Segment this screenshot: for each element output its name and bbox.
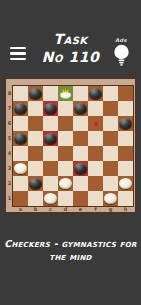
square-c3[interactable] bbox=[43, 161, 58, 176]
square-f6[interactable] bbox=[88, 116, 103, 131]
rank-label-3: 3 bbox=[6, 161, 13, 176]
rank-label-2: 2 bbox=[6, 176, 13, 191]
black-piece-c5[interactable] bbox=[44, 133, 57, 144]
square-c5[interactable] bbox=[43, 131, 58, 146]
file-label-b: b bbox=[28, 206, 43, 212]
square-d4[interactable] bbox=[58, 146, 73, 161]
white-piece-c1[interactable] bbox=[44, 193, 57, 204]
black-piece-b2[interactable] bbox=[29, 178, 42, 189]
square-g1[interactable] bbox=[103, 191, 118, 206]
square-h1[interactable] bbox=[118, 191, 133, 206]
rank-label-7: 7 bbox=[6, 101, 13, 116]
square-d8[interactable] bbox=[58, 86, 73, 101]
square-h4[interactable] bbox=[118, 146, 133, 161]
file-label-f: f bbox=[88, 206, 103, 212]
square-f7[interactable] bbox=[88, 101, 103, 116]
black-piece-a7[interactable] bbox=[14, 103, 27, 114]
app-screen: Task No 110 Ads 87654321 abcdefgh Checke… bbox=[0, 0, 141, 305]
rank-label-1: 1 bbox=[6, 191, 13, 206]
square-e1[interactable] bbox=[73, 191, 88, 206]
square-b3[interactable] bbox=[28, 161, 43, 176]
caption: Checkers - gymnastics for the mind bbox=[0, 237, 141, 263]
square-e8[interactable] bbox=[73, 86, 88, 101]
square-d5[interactable] bbox=[58, 131, 73, 146]
square-f2[interactable] bbox=[88, 176, 103, 191]
square-b4[interactable] bbox=[28, 146, 43, 161]
square-a1[interactable] bbox=[13, 191, 28, 206]
square-e7[interactable] bbox=[73, 101, 88, 116]
file-label-a: a bbox=[13, 206, 28, 212]
square-e4[interactable] bbox=[73, 146, 88, 161]
black-piece-a5[interactable] bbox=[14, 133, 27, 144]
rank-label-5: 5 bbox=[6, 131, 13, 146]
square-b7[interactable] bbox=[28, 101, 43, 116]
goal-cup-icon bbox=[59, 87, 72, 100]
square-g3[interactable] bbox=[103, 161, 118, 176]
black-piece-c7[interactable] bbox=[44, 103, 57, 114]
square-f3[interactable] bbox=[88, 161, 103, 176]
square-c7[interactable] bbox=[43, 101, 58, 116]
square-g7[interactable] bbox=[103, 101, 118, 116]
rank-label-6: 6 bbox=[6, 116, 13, 131]
black-piece-e7[interactable] bbox=[74, 103, 87, 114]
board-grid bbox=[13, 86, 133, 206]
square-e3[interactable] bbox=[73, 161, 88, 176]
black-piece-h6[interactable] bbox=[119, 118, 132, 129]
square-d7[interactable] bbox=[58, 101, 73, 116]
square-g4[interactable] bbox=[103, 146, 118, 161]
square-a7[interactable] bbox=[13, 101, 28, 116]
square-d1[interactable] bbox=[58, 191, 73, 206]
file-label-d: d bbox=[58, 206, 73, 212]
square-b6[interactable] bbox=[28, 116, 43, 131]
square-a4[interactable] bbox=[13, 146, 28, 161]
square-f4[interactable] bbox=[88, 146, 103, 161]
rank-labels: 87654321 bbox=[6, 86, 13, 206]
square-g8[interactable] bbox=[103, 86, 118, 101]
black-piece-e3[interactable] bbox=[74, 163, 87, 174]
white-piece-a3[interactable] bbox=[14, 163, 27, 174]
white-piece-g1[interactable] bbox=[104, 193, 117, 204]
square-c6[interactable] bbox=[43, 116, 58, 131]
square-a3[interactable] bbox=[13, 161, 28, 176]
board: 87654321 abcdefgh bbox=[5, 78, 136, 213]
square-h2[interactable] bbox=[118, 176, 133, 191]
square-a2[interactable] bbox=[13, 176, 28, 191]
file-label-g: g bbox=[103, 206, 118, 212]
file-labels: abcdefgh bbox=[13, 206, 133, 212]
square-a5[interactable] bbox=[13, 131, 28, 146]
square-c2[interactable] bbox=[43, 176, 58, 191]
red-dot-marker bbox=[94, 122, 98, 126]
square-e2[interactable] bbox=[73, 176, 88, 191]
square-d6[interactable] bbox=[58, 116, 73, 131]
black-piece-f8[interactable] bbox=[89, 88, 102, 99]
square-g5[interactable] bbox=[103, 131, 118, 146]
file-label-e: e bbox=[73, 206, 88, 212]
black-piece-b8[interactable] bbox=[29, 88, 42, 99]
lightbulb-icon bbox=[113, 44, 130, 67]
white-piece-h2[interactable] bbox=[119, 178, 132, 189]
square-f8[interactable] bbox=[88, 86, 103, 101]
square-h7[interactable] bbox=[118, 101, 133, 116]
square-d3[interactable] bbox=[58, 161, 73, 176]
square-c8[interactable] bbox=[43, 86, 58, 101]
square-f5[interactable] bbox=[88, 131, 103, 146]
square-h3[interactable] bbox=[118, 161, 133, 176]
square-g2[interactable] bbox=[103, 176, 118, 191]
rank-label-8: 8 bbox=[6, 86, 13, 101]
square-e6[interactable] bbox=[73, 116, 88, 131]
ads-label: Ads bbox=[108, 37, 134, 43]
rank-label-4: 4 bbox=[6, 146, 13, 161]
square-g6[interactable] bbox=[103, 116, 118, 131]
square-c4[interactable] bbox=[43, 146, 58, 161]
caption-line2: the mind bbox=[0, 250, 141, 263]
caption-line1: Checkers - gymnastics for bbox=[0, 237, 141, 250]
square-a8[interactable] bbox=[13, 86, 28, 101]
square-f1[interactable] bbox=[88, 191, 103, 206]
square-b1[interactable] bbox=[28, 191, 43, 206]
square-c1[interactable] bbox=[43, 191, 58, 206]
square-h8[interactable] bbox=[118, 86, 133, 101]
file-label-c: c bbox=[43, 206, 58, 212]
file-label-h: h bbox=[118, 206, 133, 212]
square-b2[interactable] bbox=[28, 176, 43, 191]
square-b5[interactable] bbox=[28, 131, 43, 146]
square-e5[interactable] bbox=[73, 131, 88, 146]
hint-button[interactable]: Ads bbox=[108, 37, 134, 71]
square-a6[interactable] bbox=[13, 116, 28, 131]
square-h5[interactable] bbox=[118, 131, 133, 146]
white-piece-d2[interactable] bbox=[59, 178, 72, 189]
square-b8[interactable] bbox=[28, 86, 43, 101]
square-h6[interactable] bbox=[118, 116, 133, 131]
square-d2[interactable] bbox=[58, 176, 73, 191]
